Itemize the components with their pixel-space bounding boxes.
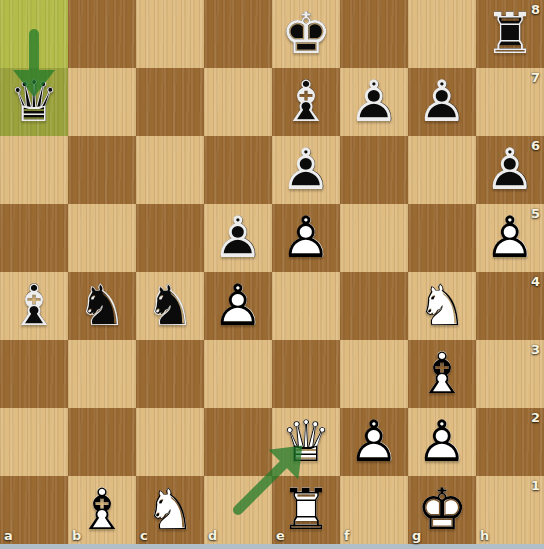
square-a8[interactable] — [0, 0, 68, 68]
piece-outline-glyph: ♖ — [476, 0, 544, 68]
square-g7[interactable]: ♟♙ — [408, 68, 476, 136]
piece-white-pawn[interactable]: ♟♙ — [272, 204, 340, 272]
square-d5[interactable]: ♟♙ — [204, 204, 272, 272]
piece-white-bishop[interactable]: ♝♗ — [408, 340, 476, 408]
square-e3[interactable] — [272, 340, 340, 408]
square-h7[interactable]: 7 — [476, 68, 544, 136]
square-f6[interactable] — [340, 136, 408, 204]
square-f8[interactable] — [340, 0, 408, 68]
square-g2[interactable]: ♟♙ — [408, 408, 476, 476]
piece-white-pawn[interactable]: ♟♙ — [204, 272, 272, 340]
square-d6[interactable] — [204, 136, 272, 204]
piece-white-knight[interactable]: ♞♘ — [408, 272, 476, 340]
piece-outline-glyph: ♘ — [136, 272, 204, 340]
piece-outline-glyph: ♘ — [136, 476, 204, 544]
rank-label-1: 1 — [531, 478, 540, 493]
chess-board: ♚♔♜♖8♛♕♝♗♟♙♟♙7♟♙♟♙6♟♙♟♙♟♙5♝♗♞♘♞♘♟♙♞♘4♝♗3… — [0, 0, 544, 544]
piece-outline-glyph: ♙ — [204, 272, 272, 340]
piece-white-king[interactable]: ♚♔ — [408, 476, 476, 544]
square-b8[interactable] — [68, 0, 136, 68]
piece-outline-glyph: ♙ — [408, 408, 476, 476]
square-g5[interactable] — [408, 204, 476, 272]
piece-outline-glyph: ♖ — [272, 476, 340, 544]
piece-outline-glyph: ♗ — [408, 340, 476, 408]
piece-white-knight[interactable]: ♞♘ — [136, 476, 204, 544]
square-h6[interactable]: ♟♙6 — [476, 136, 544, 204]
square-b1[interactable]: ♝♗b — [68, 476, 136, 544]
board-bottom-edge — [0, 544, 544, 549]
square-d7[interactable] — [204, 68, 272, 136]
piece-outline-glyph: ♗ — [0, 272, 68, 340]
piece-outline-glyph: ♙ — [272, 204, 340, 272]
piece-black-pawn[interactable]: ♟♙ — [204, 204, 272, 272]
piece-outline-glyph: ♕ — [272, 408, 340, 476]
rank-label-4: 4 — [531, 274, 540, 289]
square-c2[interactable] — [136, 408, 204, 476]
square-e5[interactable]: ♟♙ — [272, 204, 340, 272]
square-c1[interactable]: ♞♘c — [136, 476, 204, 544]
square-b7[interactable] — [68, 68, 136, 136]
piece-black-knight[interactable]: ♞♘ — [136, 272, 204, 340]
piece-outline-glyph: ♙ — [204, 204, 272, 272]
piece-outline-glyph: ♗ — [68, 476, 136, 544]
rank-label-3: 3 — [531, 342, 540, 357]
square-f1[interactable]: f — [340, 476, 408, 544]
square-b5[interactable] — [68, 204, 136, 272]
square-g3[interactable]: ♝♗ — [408, 340, 476, 408]
square-h4[interactable]: 4 — [476, 272, 544, 340]
piece-outline-glyph: ♙ — [476, 204, 544, 272]
piece-outline-glyph: ♘ — [408, 272, 476, 340]
file-label-f: f — [344, 528, 350, 543]
piece-outline-glyph: ♘ — [68, 272, 136, 340]
piece-black-knight[interactable]: ♞♘ — [68, 272, 136, 340]
square-d1[interactable]: d — [204, 476, 272, 544]
square-f3[interactable] — [340, 340, 408, 408]
square-b4[interactable]: ♞♘ — [68, 272, 136, 340]
square-f5[interactable] — [340, 204, 408, 272]
square-c4[interactable]: ♞♘ — [136, 272, 204, 340]
square-g8[interactable] — [408, 0, 476, 68]
piece-outline-glyph: ♕ — [0, 68, 68, 136]
piece-black-pawn[interactable]: ♟♙ — [272, 136, 340, 204]
square-h1[interactable]: 1h — [476, 476, 544, 544]
piece-white-pawn[interactable]: ♟♙ — [476, 204, 544, 272]
piece-white-pawn[interactable]: ♟♙ — [340, 408, 408, 476]
square-f4[interactable] — [340, 272, 408, 340]
square-d3[interactable] — [204, 340, 272, 408]
piece-outline-glyph: ♔ — [408, 476, 476, 544]
square-e2[interactable]: ♛♕ — [272, 408, 340, 476]
piece-outline-glyph: ♙ — [272, 136, 340, 204]
square-c3[interactable] — [136, 340, 204, 408]
piece-black-queen[interactable]: ♛♕ — [0, 68, 68, 136]
square-h8[interactable]: ♜♖8 — [476, 0, 544, 68]
piece-outline-glyph: ♙ — [408, 68, 476, 136]
square-f2[interactable]: ♟♙ — [340, 408, 408, 476]
piece-black-pawn[interactable]: ♟♙ — [340, 68, 408, 136]
piece-outline-glyph: ♙ — [476, 136, 544, 204]
square-e1[interactable]: ♜♖e — [272, 476, 340, 544]
square-b6[interactable] — [68, 136, 136, 204]
square-b2[interactable] — [68, 408, 136, 476]
square-a2[interactable] — [0, 408, 68, 476]
piece-black-rook[interactable]: ♜♖ — [476, 0, 544, 68]
square-a4[interactable]: ♝♗ — [0, 272, 68, 340]
square-a7[interactable]: ♛♕ — [0, 68, 68, 136]
file-label-h: h — [480, 528, 489, 543]
square-h3[interactable]: 3 — [476, 340, 544, 408]
square-h5[interactable]: ♟♙5 — [476, 204, 544, 272]
file-label-a: a — [4, 528, 13, 543]
piece-outline-glyph: ♙ — [340, 408, 408, 476]
piece-black-pawn[interactable]: ♟♙ — [476, 136, 544, 204]
rank-label-2: 2 — [531, 410, 540, 425]
square-a3[interactable] — [0, 340, 68, 408]
square-a1[interactable]: a — [0, 476, 68, 544]
piece-black-bishop[interactable]: ♝♗ — [0, 272, 68, 340]
square-b3[interactable] — [68, 340, 136, 408]
piece-white-rook[interactable]: ♜♖ — [272, 476, 340, 544]
square-e8[interactable]: ♚♔ — [272, 0, 340, 68]
square-a6[interactable] — [0, 136, 68, 204]
square-g6[interactable] — [408, 136, 476, 204]
square-e4[interactable] — [272, 272, 340, 340]
square-e6[interactable]: ♟♙ — [272, 136, 340, 204]
square-d4[interactable]: ♟♙ — [204, 272, 272, 340]
piece-black-pawn[interactable]: ♟♙ — [408, 68, 476, 136]
rank-label-7: 7 — [531, 70, 540, 85]
piece-black-king[interactable]: ♚♔ — [272, 0, 340, 68]
square-c7[interactable] — [136, 68, 204, 136]
square-a5[interactable] — [0, 204, 68, 272]
piece-outline-glyph: ♔ — [272, 0, 340, 68]
chess-board-stage: ♚♔♜♖8♛♕♝♗♟♙♟♙7♟♙♟♙6♟♙♟♙♟♙5♝♗♞♘♞♘♟♙♞♘4♝♗3… — [0, 0, 544, 549]
square-f7[interactable]: ♟♙ — [340, 68, 408, 136]
square-d8[interactable] — [204, 0, 272, 68]
piece-white-queen[interactable]: ♛♕ — [272, 408, 340, 476]
piece-outline-glyph: ♗ — [272, 68, 340, 136]
piece-white-bishop[interactable]: ♝♗ — [68, 476, 136, 544]
square-c8[interactable] — [136, 0, 204, 68]
square-h2[interactable]: 2 — [476, 408, 544, 476]
square-e7[interactable]: ♝♗ — [272, 68, 340, 136]
square-c5[interactable] — [136, 204, 204, 272]
square-c6[interactable] — [136, 136, 204, 204]
piece-outline-glyph: ♙ — [340, 68, 408, 136]
square-g4[interactable]: ♞♘ — [408, 272, 476, 340]
piece-white-pawn[interactable]: ♟♙ — [408, 408, 476, 476]
piece-black-bishop[interactable]: ♝♗ — [272, 68, 340, 136]
square-g1[interactable]: ♚♔g — [408, 476, 476, 544]
file-label-d: d — [208, 528, 217, 543]
square-d2[interactable] — [204, 408, 272, 476]
